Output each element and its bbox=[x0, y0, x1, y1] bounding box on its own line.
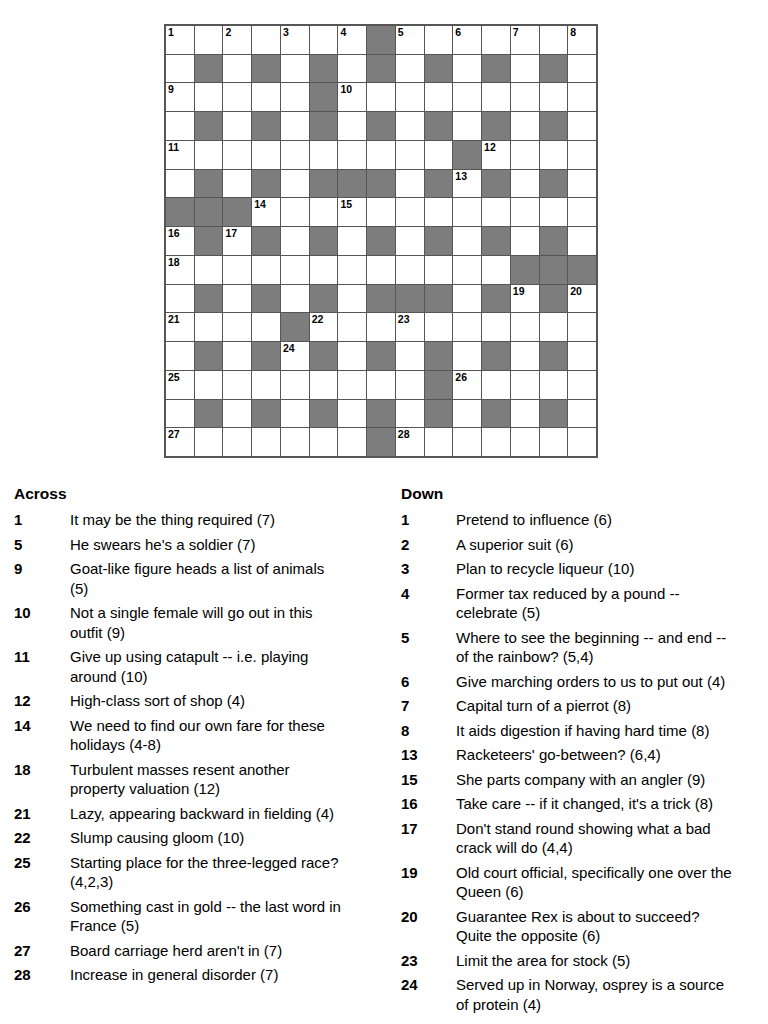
white-cell[interactable]: 1 bbox=[166, 26, 194, 54]
white-cell[interactable] bbox=[223, 400, 251, 428]
white-cell[interactable] bbox=[166, 400, 194, 428]
white-cell[interactable] bbox=[195, 256, 223, 284]
white-cell[interactable] bbox=[540, 428, 568, 456]
block-cell bbox=[310, 112, 338, 140]
clue-number: 19 bbox=[401, 863, 456, 902]
white-cell[interactable]: 13 bbox=[453, 170, 481, 198]
white-cell[interactable] bbox=[568, 170, 596, 198]
white-cell[interactable] bbox=[396, 371, 424, 399]
clue-text: Limit the area for stock (5) bbox=[456, 951, 630, 971]
white-cell[interactable]: 3 bbox=[281, 26, 309, 54]
white-cell[interactable] bbox=[540, 371, 568, 399]
white-cell[interactable] bbox=[568, 112, 596, 140]
block-cell bbox=[482, 112, 510, 140]
white-cell[interactable] bbox=[511, 55, 539, 83]
clue-item: 19Old court official, specifically one o… bbox=[401, 863, 765, 902]
cell-clue-number: 12 bbox=[484, 142, 496, 153]
cell-clue-number: 7 bbox=[513, 27, 519, 38]
white-cell[interactable]: 17 bbox=[223, 227, 251, 255]
clue-item: 1It may be the thing required (7) bbox=[14, 510, 376, 530]
clue-text: Increase in general disorder (7) bbox=[70, 965, 278, 985]
white-cell[interactable] bbox=[540, 26, 568, 54]
clue-item: 8It aids digestion if having hard time (… bbox=[401, 721, 765, 741]
white-cell[interactable] bbox=[396, 55, 424, 83]
white-cell[interactable] bbox=[252, 26, 280, 54]
block-cell bbox=[482, 342, 510, 370]
block-cell bbox=[540, 170, 568, 198]
white-cell[interactable] bbox=[396, 256, 424, 284]
clue-item: 7Capital turn of a pierrot (8) bbox=[401, 696, 765, 716]
clue-number: 20 bbox=[401, 907, 456, 946]
white-cell[interactable] bbox=[310, 428, 338, 456]
clue-text: It aids digestion if having hard time (8… bbox=[456, 721, 709, 741]
white-cell[interactable] bbox=[223, 371, 251, 399]
white-cell[interactable]: 21 bbox=[166, 313, 194, 341]
white-cell[interactable] bbox=[223, 83, 251, 111]
block-cell bbox=[540, 285, 568, 313]
clue-number: 8 bbox=[401, 721, 456, 741]
white-cell[interactable] bbox=[223, 55, 251, 83]
white-cell[interactable] bbox=[540, 141, 568, 169]
clue-number: 5 bbox=[14, 535, 70, 555]
block-cell bbox=[482, 285, 510, 313]
white-cell[interactable] bbox=[338, 112, 366, 140]
block-cell bbox=[367, 400, 395, 428]
block-cell bbox=[367, 26, 395, 54]
block-cell bbox=[195, 285, 223, 313]
cell-clue-number: 11 bbox=[168, 142, 179, 153]
clue-text: She parts company with an angler (9) bbox=[456, 770, 705, 790]
white-cell[interactable] bbox=[540, 313, 568, 341]
white-cell[interactable] bbox=[281, 55, 309, 83]
white-cell[interactable] bbox=[338, 256, 366, 284]
white-cell[interactable] bbox=[281, 400, 309, 428]
clue-item: 17Don't stand round showing what a bad c… bbox=[401, 819, 765, 858]
white-cell[interactable] bbox=[425, 141, 453, 169]
clue-number: 3 bbox=[401, 559, 456, 579]
white-cell[interactable] bbox=[396, 400, 424, 428]
white-cell[interactable] bbox=[338, 141, 366, 169]
white-cell[interactable] bbox=[367, 141, 395, 169]
clue-text: He swears he's a soldier (7) bbox=[70, 535, 255, 555]
clue-item: 10Not a single female will go out in thi… bbox=[14, 603, 376, 642]
clue-item: 5Where to see the beginning -- and end -… bbox=[401, 628, 765, 667]
white-cell[interactable] bbox=[425, 256, 453, 284]
block-cell bbox=[310, 83, 338, 111]
white-cell[interactable] bbox=[367, 371, 395, 399]
white-cell[interactable] bbox=[310, 256, 338, 284]
clue-item: 9Goat-like figure heads a list of animal… bbox=[14, 559, 376, 598]
white-cell[interactable] bbox=[338, 313, 366, 341]
clue-item: 15She parts company with an angler (9) bbox=[401, 770, 765, 790]
clue-number: 12 bbox=[14, 691, 70, 711]
block-cell bbox=[482, 170, 510, 198]
white-cell[interactable] bbox=[166, 55, 194, 83]
white-cell[interactable] bbox=[166, 112, 194, 140]
clue-item: 18Turbulent masses resent another proper… bbox=[14, 760, 376, 799]
cell-clue-number: 20 bbox=[570, 286, 582, 297]
white-cell[interactable] bbox=[540, 83, 568, 111]
block-cell bbox=[482, 227, 510, 255]
cell-clue-number: 15 bbox=[340, 199, 352, 210]
clue-text: Guarantee Rex is about to succeed? Quite… bbox=[456, 907, 700, 946]
white-cell[interactable] bbox=[425, 428, 453, 456]
white-cell[interactable] bbox=[223, 313, 251, 341]
white-cell[interactable]: 15 bbox=[338, 198, 366, 226]
white-cell[interactable] bbox=[223, 112, 251, 140]
white-cell[interactable] bbox=[223, 141, 251, 169]
white-cell[interactable] bbox=[453, 256, 481, 284]
clue-text: Starting place for the three-legged race… bbox=[70, 853, 339, 892]
clue-number: 6 bbox=[401, 672, 456, 692]
white-cell[interactable] bbox=[166, 170, 194, 198]
white-cell[interactable] bbox=[338, 227, 366, 255]
white-cell[interactable] bbox=[281, 371, 309, 399]
white-cell[interactable] bbox=[453, 313, 481, 341]
white-cell[interactable] bbox=[568, 83, 596, 111]
block-cell bbox=[252, 227, 280, 255]
white-cell[interactable] bbox=[568, 342, 596, 370]
white-cell[interactable]: 24 bbox=[281, 342, 309, 370]
white-cell[interactable] bbox=[396, 112, 424, 140]
white-cell[interactable] bbox=[453, 342, 481, 370]
white-cell[interactable]: 11 bbox=[166, 141, 194, 169]
white-cell[interactable] bbox=[338, 285, 366, 313]
block-cell bbox=[195, 400, 223, 428]
white-cell[interactable]: 16 bbox=[166, 227, 194, 255]
block-cell bbox=[367, 170, 395, 198]
white-cell[interactable] bbox=[482, 371, 510, 399]
block-cell bbox=[281, 313, 309, 341]
white-cell[interactable] bbox=[281, 428, 309, 456]
white-cell[interactable]: 10 bbox=[338, 83, 366, 111]
white-cell[interactable] bbox=[453, 198, 481, 226]
block-cell bbox=[482, 55, 510, 83]
white-cell[interactable] bbox=[453, 285, 481, 313]
clue-text: Something cast in gold -- the last word … bbox=[70, 897, 341, 936]
white-cell[interactable] bbox=[540, 198, 568, 226]
block-cell bbox=[540, 112, 568, 140]
block-cell bbox=[367, 428, 395, 456]
across-list: 1It may be the thing required (7)5He swe… bbox=[14, 510, 376, 985]
block-cell bbox=[367, 55, 395, 83]
clue-number: 2 bbox=[401, 535, 456, 555]
across-column: Across 1It may be the thing required (7)… bbox=[14, 484, 376, 990]
white-cell[interactable]: 6 bbox=[453, 26, 481, 54]
white-cell[interactable] bbox=[453, 55, 481, 83]
white-cell[interactable] bbox=[195, 83, 223, 111]
clue-item: 20Guarantee Rex is about to succeed? Qui… bbox=[401, 907, 765, 946]
block-cell bbox=[310, 285, 338, 313]
white-cell[interactable] bbox=[281, 285, 309, 313]
white-cell[interactable] bbox=[511, 313, 539, 341]
clue-text: Old court official, specifically one ove… bbox=[456, 863, 732, 902]
clue-number: 18 bbox=[14, 760, 70, 799]
clue-text: Goat-like figure heads a list of animals… bbox=[70, 559, 324, 598]
block-cell bbox=[310, 342, 338, 370]
white-cell[interactable]: 14 bbox=[252, 198, 280, 226]
clue-text: Don't stand round showing what a bad cra… bbox=[456, 819, 711, 858]
white-cell[interactable]: 9 bbox=[166, 83, 194, 111]
block-cell bbox=[195, 55, 223, 83]
white-cell[interactable] bbox=[425, 83, 453, 111]
white-cell[interactable] bbox=[195, 141, 223, 169]
white-cell[interactable] bbox=[367, 256, 395, 284]
white-cell[interactable]: 2 bbox=[223, 26, 251, 54]
white-cell[interactable] bbox=[252, 141, 280, 169]
white-cell[interactable] bbox=[511, 198, 539, 226]
across-header: Across bbox=[14, 484, 376, 503]
block-cell bbox=[540, 227, 568, 255]
white-cell[interactable] bbox=[511, 342, 539, 370]
block-cell bbox=[195, 227, 223, 255]
white-cell[interactable]: 23 bbox=[396, 313, 424, 341]
white-cell[interactable] bbox=[453, 428, 481, 456]
white-cell[interactable] bbox=[252, 428, 280, 456]
block-cell bbox=[568, 256, 596, 284]
white-cell[interactable]: 18 bbox=[166, 256, 194, 284]
white-cell[interactable] bbox=[568, 400, 596, 428]
white-cell[interactable] bbox=[281, 170, 309, 198]
cell-clue-number: 23 bbox=[398, 314, 410, 325]
white-cell[interactable] bbox=[396, 170, 424, 198]
white-cell[interactable]: 25 bbox=[166, 371, 194, 399]
white-cell[interactable] bbox=[511, 112, 539, 140]
white-cell[interactable] bbox=[338, 400, 366, 428]
clue-item: 4Former tax reduced by a pound -- celebr… bbox=[401, 584, 765, 623]
block-cell bbox=[195, 170, 223, 198]
white-cell[interactable] bbox=[482, 26, 510, 54]
block-cell bbox=[453, 141, 481, 169]
white-cell[interactable] bbox=[367, 83, 395, 111]
white-cell[interactable] bbox=[511, 141, 539, 169]
white-cell[interactable] bbox=[252, 371, 280, 399]
cell-clue-number: 5 bbox=[398, 27, 404, 38]
white-cell[interactable]: 22 bbox=[310, 313, 338, 341]
clue-number: 10 bbox=[14, 603, 70, 642]
white-cell[interactable] bbox=[223, 256, 251, 284]
block-cell bbox=[338, 170, 366, 198]
clue-text: Turbulent masses resent another property… bbox=[70, 760, 290, 799]
white-cell[interactable]: 8 bbox=[568, 26, 596, 54]
white-cell[interactable] bbox=[367, 313, 395, 341]
block-cell bbox=[252, 342, 280, 370]
clue-text: Not a single female will go out in this … bbox=[70, 603, 313, 642]
block-cell bbox=[195, 198, 223, 226]
white-cell[interactable] bbox=[511, 371, 539, 399]
white-cell[interactable]: 12 bbox=[482, 141, 510, 169]
clue-number: 11 bbox=[14, 647, 70, 686]
white-cell[interactable] bbox=[281, 227, 309, 255]
white-cell[interactable] bbox=[166, 342, 194, 370]
block-cell bbox=[223, 198, 251, 226]
cell-clue-number: 26 bbox=[455, 372, 467, 383]
clue-number: 28 bbox=[14, 965, 70, 985]
white-cell[interactable] bbox=[568, 313, 596, 341]
white-cell[interactable] bbox=[568, 371, 596, 399]
block-cell bbox=[252, 55, 280, 83]
block-cell bbox=[425, 227, 453, 255]
white-cell[interactable] bbox=[281, 112, 309, 140]
cell-clue-number: 8 bbox=[570, 27, 576, 38]
white-cell[interactable]: 28 bbox=[396, 428, 424, 456]
white-cell[interactable] bbox=[310, 26, 338, 54]
white-cell[interactable] bbox=[310, 371, 338, 399]
white-cell[interactable] bbox=[482, 313, 510, 341]
white-cell[interactable] bbox=[195, 313, 223, 341]
cell-clue-number: 21 bbox=[168, 314, 180, 325]
clue-item: 22Slump causing gloom (10) bbox=[14, 828, 376, 848]
white-cell[interactable] bbox=[453, 112, 481, 140]
white-cell[interactable] bbox=[338, 371, 366, 399]
clue-item: 16Take care -- if it changed, it's a tri… bbox=[401, 794, 765, 814]
clue-number: 22 bbox=[14, 828, 70, 848]
white-cell[interactable] bbox=[396, 227, 424, 255]
white-cell[interactable] bbox=[453, 227, 481, 255]
clue-text: We need to find our own fare for these h… bbox=[70, 716, 325, 755]
block-cell bbox=[540, 55, 568, 83]
block-cell bbox=[540, 256, 568, 284]
white-cell[interactable]: 5 bbox=[396, 26, 424, 54]
white-cell[interactable] bbox=[281, 141, 309, 169]
block-cell bbox=[310, 400, 338, 428]
block-cell bbox=[310, 170, 338, 198]
white-cell[interactable]: 27 bbox=[166, 428, 194, 456]
clue-number: 5 bbox=[401, 628, 456, 667]
clue-item: 23Limit the area for stock (5) bbox=[401, 951, 765, 971]
white-cell[interactable] bbox=[338, 342, 366, 370]
white-cell[interactable] bbox=[252, 83, 280, 111]
clue-item: 1Pretend to influence (6) bbox=[401, 510, 765, 530]
cell-clue-number: 18 bbox=[168, 257, 180, 268]
cell-clue-number: 6 bbox=[455, 27, 461, 38]
white-cell[interactable] bbox=[195, 371, 223, 399]
white-cell[interactable] bbox=[568, 55, 596, 83]
white-cell[interactable] bbox=[367, 198, 395, 226]
white-cell[interactable] bbox=[511, 83, 539, 111]
white-cell[interactable] bbox=[482, 198, 510, 226]
white-cell[interactable] bbox=[338, 428, 366, 456]
white-cell[interactable] bbox=[310, 141, 338, 169]
white-cell[interactable] bbox=[511, 400, 539, 428]
clue-text: Give marching orders to us to put out (4… bbox=[456, 672, 725, 692]
block-cell bbox=[310, 55, 338, 83]
block-cell bbox=[367, 112, 395, 140]
clue-number: 15 bbox=[401, 770, 456, 790]
block-cell bbox=[482, 400, 510, 428]
block-cell bbox=[425, 112, 453, 140]
clue-text: Give up using catapult -- i.e. playing a… bbox=[70, 647, 308, 686]
cell-clue-number: 24 bbox=[283, 343, 295, 354]
white-cell[interactable]: 19 bbox=[511, 285, 539, 313]
white-cell[interactable] bbox=[482, 256, 510, 284]
white-cell[interactable] bbox=[425, 26, 453, 54]
white-cell[interactable] bbox=[223, 170, 251, 198]
clue-item: 13Racketeers' go-between? (6,4) bbox=[401, 745, 765, 765]
clue-item: 11Give up using catapult -- i.e. playing… bbox=[14, 647, 376, 686]
white-cell[interactable]: 26 bbox=[453, 371, 481, 399]
white-cell[interactable] bbox=[310, 198, 338, 226]
white-cell[interactable] bbox=[223, 285, 251, 313]
clue-item: 21Lazy, appearing backward in fielding (… bbox=[14, 804, 376, 824]
white-cell[interactable] bbox=[195, 26, 223, 54]
white-cell[interactable] bbox=[281, 256, 309, 284]
clue-number: 24 bbox=[401, 975, 456, 1014]
white-cell[interactable] bbox=[425, 198, 453, 226]
white-cell[interactable] bbox=[281, 198, 309, 226]
white-cell[interactable] bbox=[166, 285, 194, 313]
white-cell[interactable]: 7 bbox=[511, 26, 539, 54]
block-cell bbox=[511, 256, 539, 284]
white-cell[interactable] bbox=[568, 227, 596, 255]
white-cell[interactable] bbox=[453, 400, 481, 428]
clue-item: 2A superior suit (6) bbox=[401, 535, 765, 555]
block-cell bbox=[425, 371, 453, 399]
white-cell[interactable] bbox=[425, 313, 453, 341]
clue-item: 3Plan to recycle liqueur (10) bbox=[401, 559, 765, 579]
clue-item: 6Give marching orders to us to put out (… bbox=[401, 672, 765, 692]
white-cell[interactable] bbox=[396, 141, 424, 169]
cell-clue-number: 16 bbox=[168, 228, 180, 239]
clue-text: Slump causing gloom (10) bbox=[70, 828, 244, 848]
block-cell bbox=[310, 227, 338, 255]
clue-number: 17 bbox=[401, 819, 456, 858]
white-cell[interactable] bbox=[511, 170, 539, 198]
block-cell bbox=[425, 170, 453, 198]
clue-number: 4 bbox=[401, 584, 456, 623]
block-cell bbox=[195, 342, 223, 370]
cell-clue-number: 10 bbox=[340, 84, 352, 95]
clue-text: A superior suit (6) bbox=[456, 535, 574, 555]
white-cell[interactable] bbox=[223, 428, 251, 456]
clue-item: 28Increase in general disorder (7) bbox=[14, 965, 376, 985]
white-cell[interactable] bbox=[396, 342, 424, 370]
white-cell[interactable] bbox=[396, 83, 424, 111]
white-cell[interactable] bbox=[482, 428, 510, 456]
clue-number: 1 bbox=[401, 510, 456, 530]
clue-number: 14 bbox=[14, 716, 70, 755]
white-cell[interactable] bbox=[252, 256, 280, 284]
block-cell bbox=[195, 112, 223, 140]
clue-text: Lazy, appearing backward in fielding (4) bbox=[70, 804, 334, 824]
white-cell[interactable] bbox=[453, 83, 481, 111]
white-cell[interactable] bbox=[482, 83, 510, 111]
white-cell[interactable] bbox=[568, 141, 596, 169]
white-cell[interactable] bbox=[568, 198, 596, 226]
white-cell[interactable] bbox=[195, 428, 223, 456]
block-cell bbox=[367, 285, 395, 313]
white-cell[interactable]: 20 bbox=[568, 285, 596, 313]
cell-clue-number: 19 bbox=[513, 286, 525, 297]
clue-number: 25 bbox=[14, 853, 70, 892]
clue-text: Former tax reduced by a pound -- celebra… bbox=[456, 584, 679, 623]
white-cell[interactable] bbox=[223, 342, 251, 370]
white-cell[interactable] bbox=[281, 83, 309, 111]
white-cell[interactable]: 4 bbox=[338, 26, 366, 54]
clue-text: Served up in Norway, osprey is a source … bbox=[456, 975, 724, 1014]
white-cell[interactable] bbox=[511, 428, 539, 456]
white-cell[interactable] bbox=[396, 198, 424, 226]
block-cell bbox=[425, 55, 453, 83]
clue-item: 24Served up in Norway, osprey is a sourc… bbox=[401, 975, 765, 1014]
clue-item: 14We need to find our own fare for these… bbox=[14, 716, 376, 755]
cell-clue-number: 22 bbox=[312, 314, 324, 325]
white-cell[interactable] bbox=[511, 227, 539, 255]
white-cell[interactable] bbox=[568, 428, 596, 456]
white-cell[interactable] bbox=[338, 55, 366, 83]
clue-item: 12High-class sort of shop (4) bbox=[14, 691, 376, 711]
white-cell[interactable] bbox=[252, 313, 280, 341]
